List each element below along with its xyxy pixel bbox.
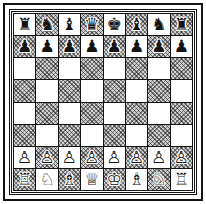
square-d6[interactable] — [81, 58, 102, 79]
square-a5[interactable] — [14, 80, 35, 101]
white-pawn: ♙ — [62, 149, 77, 166]
square-c5[interactable] — [59, 80, 80, 101]
white-rook: ♖ — [17, 171, 32, 188]
square-d1[interactable]: ♕ — [81, 169, 102, 190]
square-e1[interactable]: ♔ — [104, 169, 125, 190]
square-a4[interactable] — [14, 103, 35, 124]
black-knight: ♞ — [151, 16, 166, 33]
square-d3[interactable] — [81, 125, 102, 146]
black-rook: ♜ — [174, 16, 189, 33]
square-b1[interactable]: ♘ — [36, 169, 57, 190]
white-king: ♔ — [107, 171, 122, 188]
board-frame-outer: ♜♞♝♛♚♝♞♜♟♟♟♟♟♟♟♟♙♙♙♙♙♙♙♙♖♘♗♕♔♗♘♖ — [3, 3, 203, 201]
square-d2[interactable]: ♙ — [81, 147, 102, 168]
black-bishop: ♝ — [62, 16, 77, 33]
square-b6[interactable] — [36, 58, 57, 79]
white-pawn: ♙ — [174, 149, 189, 166]
white-knight: ♘ — [151, 171, 166, 188]
white-bishop: ♗ — [129, 171, 144, 188]
black-pawn: ♟ — [84, 38, 99, 55]
chess-diagram-page: ♜♞♝♛♚♝♞♜♟♟♟♟♟♟♟♟♙♙♙♙♙♙♙♙♖♘♗♕♔♗♘♖ — [0, 0, 206, 204]
square-h2[interactable]: ♙ — [171, 147, 192, 168]
square-c6[interactable] — [59, 58, 80, 79]
square-h8[interactable]: ♜ — [171, 14, 192, 35]
square-b7[interactable]: ♟ — [36, 36, 57, 57]
square-c8[interactable]: ♝ — [59, 14, 80, 35]
square-d4[interactable] — [81, 103, 102, 124]
white-bishop: ♗ — [62, 171, 77, 188]
black-bishop: ♝ — [129, 16, 144, 33]
square-g7[interactable]: ♟ — [148, 36, 169, 57]
square-b8[interactable]: ♞ — [36, 14, 57, 35]
square-f3[interactable] — [126, 125, 147, 146]
square-a6[interactable] — [14, 58, 35, 79]
square-f2[interactable]: ♙ — [126, 147, 147, 168]
square-e2[interactable]: ♙ — [104, 147, 125, 168]
white-pawn: ♙ — [151, 149, 166, 166]
black-pawn: ♟ — [39, 38, 54, 55]
chessboard: ♜♞♝♛♚♝♞♜♟♟♟♟♟♟♟♟♙♙♙♙♙♙♙♙♖♘♗♕♔♗♘♖ — [13, 13, 193, 191]
white-pawn: ♙ — [84, 149, 99, 166]
black-queen: ♛ — [84, 16, 99, 33]
black-pawn: ♟ — [129, 38, 144, 55]
square-c1[interactable]: ♗ — [59, 169, 80, 190]
square-c7[interactable]: ♟ — [59, 36, 80, 57]
black-knight: ♞ — [39, 16, 54, 33]
square-h3[interactable] — [171, 125, 192, 146]
black-pawn: ♟ — [107, 38, 122, 55]
square-g8[interactable]: ♞ — [148, 14, 169, 35]
square-a3[interactable] — [14, 125, 35, 146]
square-c4[interactable] — [59, 103, 80, 124]
square-c3[interactable] — [59, 125, 80, 146]
white-pawn: ♙ — [17, 149, 32, 166]
square-e6[interactable] — [104, 58, 125, 79]
square-b5[interactable] — [36, 80, 57, 101]
square-h4[interactable] — [171, 103, 192, 124]
square-d7[interactable]: ♟ — [81, 36, 102, 57]
black-pawn: ♟ — [174, 38, 189, 55]
black-pawn: ♟ — [62, 38, 77, 55]
square-a1[interactable]: ♖ — [14, 169, 35, 190]
square-a2[interactable]: ♙ — [14, 147, 35, 168]
square-f8[interactable]: ♝ — [126, 14, 147, 35]
white-queen: ♕ — [84, 171, 99, 188]
white-pawn: ♙ — [129, 149, 144, 166]
square-e8[interactable]: ♚ — [104, 14, 125, 35]
white-rook: ♖ — [174, 171, 189, 188]
square-d5[interactable] — [81, 80, 102, 101]
square-e7[interactable]: ♟ — [104, 36, 125, 57]
square-h5[interactable] — [171, 80, 192, 101]
square-f7[interactable]: ♟ — [126, 36, 147, 57]
black-pawn: ♟ — [17, 38, 32, 55]
black-pawn: ♟ — [151, 38, 166, 55]
black-king: ♚ — [107, 16, 122, 33]
square-h7[interactable]: ♟ — [171, 36, 192, 57]
square-f6[interactable] — [126, 58, 147, 79]
square-g4[interactable] — [148, 103, 169, 124]
white-knight: ♘ — [39, 171, 54, 188]
square-g6[interactable] — [148, 58, 169, 79]
black-rook: ♜ — [17, 16, 32, 33]
white-pawn: ♙ — [107, 149, 122, 166]
square-g2[interactable]: ♙ — [148, 147, 169, 168]
white-pawn: ♙ — [39, 149, 54, 166]
square-f4[interactable] — [126, 103, 147, 124]
square-a8[interactable]: ♜ — [14, 14, 35, 35]
square-f1[interactable]: ♗ — [126, 169, 147, 190]
square-e4[interactable] — [104, 103, 125, 124]
square-e5[interactable] — [104, 80, 125, 101]
square-b4[interactable] — [36, 103, 57, 124]
square-d8[interactable]: ♛ — [81, 14, 102, 35]
square-h1[interactable]: ♖ — [171, 169, 192, 190]
square-h6[interactable] — [171, 58, 192, 79]
square-a7[interactable]: ♟ — [14, 36, 35, 57]
square-g3[interactable] — [148, 125, 169, 146]
square-g1[interactable]: ♘ — [148, 169, 169, 190]
square-e3[interactable] — [104, 125, 125, 146]
square-c2[interactable]: ♙ — [59, 147, 80, 168]
square-f5[interactable] — [126, 80, 147, 101]
square-g5[interactable] — [148, 80, 169, 101]
square-b3[interactable] — [36, 125, 57, 146]
square-b2[interactable]: ♙ — [36, 147, 57, 168]
